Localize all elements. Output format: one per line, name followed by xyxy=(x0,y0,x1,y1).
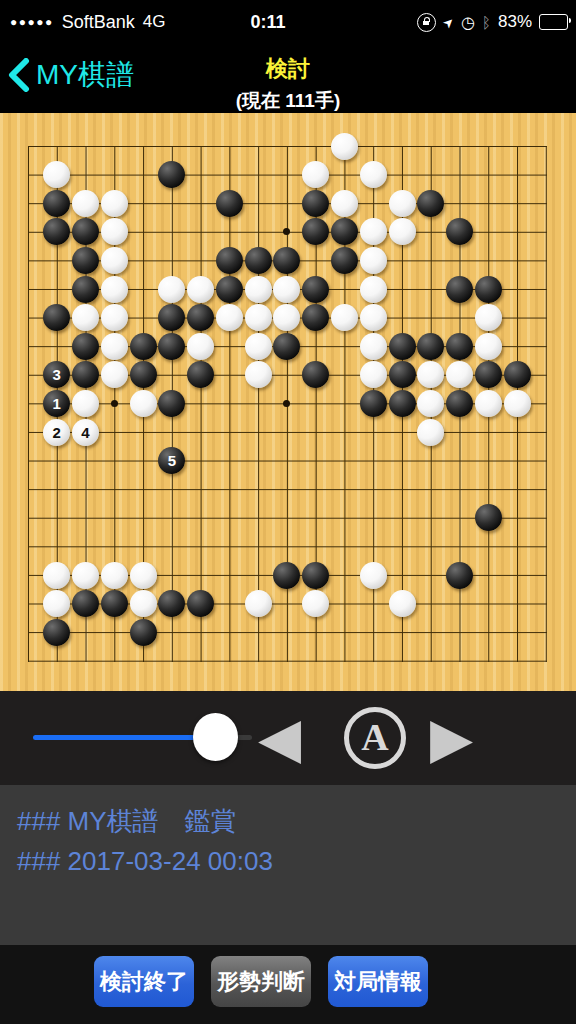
white-stone xyxy=(389,218,416,245)
network-type-label: 4G xyxy=(143,12,166,32)
white-stone xyxy=(504,390,531,417)
move-number-label: 2 xyxy=(53,425,61,440)
app-screen: ●●●●● SoftBank 4G 0:11 ➤ ◷ ᛒ 83% MY棋譜 検討… xyxy=(0,0,576,1024)
status-bar: ●●●●● SoftBank 4G 0:11 ➤ ◷ ᛒ 83% xyxy=(0,0,576,44)
white-stone xyxy=(331,190,358,217)
move-slider-knob[interactable] xyxy=(193,713,238,761)
white-stone xyxy=(245,276,272,303)
black-stone xyxy=(446,562,473,589)
end-review-button[interactable]: 検討終了 xyxy=(94,956,194,1007)
alarm-icon: ◷ xyxy=(461,13,475,32)
white-stone xyxy=(417,390,444,417)
black-stone xyxy=(417,190,444,217)
black-stone xyxy=(389,333,416,360)
black-stone xyxy=(389,361,416,388)
white-stone xyxy=(360,218,387,245)
auto-play-letter: A xyxy=(361,715,388,759)
white-stone xyxy=(216,304,243,331)
move-number-label: 4 xyxy=(81,425,89,440)
black-stone xyxy=(331,247,358,274)
move-number-label: 5 xyxy=(168,453,176,468)
black-stone xyxy=(273,333,300,360)
move-number-label: 1 xyxy=(53,396,61,411)
black-stone xyxy=(187,304,214,331)
black-stone: 1 xyxy=(43,390,70,417)
white-stone xyxy=(187,276,214,303)
black-stone xyxy=(43,190,70,217)
black-stone xyxy=(158,333,185,360)
black-stone xyxy=(245,247,272,274)
black-stone xyxy=(216,276,243,303)
white-stone xyxy=(360,304,387,331)
white-stone xyxy=(72,562,99,589)
black-stone xyxy=(360,390,387,417)
white-stone xyxy=(101,304,128,331)
black-stone xyxy=(446,276,473,303)
black-stone xyxy=(302,562,329,589)
black-stone xyxy=(216,190,243,217)
playback-controls: ◀ A ▶ xyxy=(0,691,576,785)
black-stone xyxy=(389,390,416,417)
star-point xyxy=(111,400,118,407)
white-stone xyxy=(475,390,502,417)
black-stone xyxy=(302,276,329,303)
move-counter: (現在 111手) xyxy=(236,88,341,114)
white-stone xyxy=(360,562,387,589)
white-stone xyxy=(130,562,157,589)
white-stone xyxy=(245,304,272,331)
game-info-button[interactable]: 対局情報 xyxy=(328,956,428,1007)
previous-move-button[interactable]: ◀ xyxy=(258,696,301,780)
white-stone xyxy=(360,333,387,360)
next-move-button[interactable]: ▶ xyxy=(430,696,473,780)
white-stone xyxy=(389,590,416,617)
bluetooth-icon: ᛒ xyxy=(482,14,491,31)
black-stone xyxy=(130,619,157,646)
kifu-title-line: ### MY棋譜 鑑賞 xyxy=(0,785,576,841)
black-stone xyxy=(446,390,473,417)
go-board[interactable]: 31245 xyxy=(0,113,576,691)
white-stone xyxy=(158,276,185,303)
white-stone xyxy=(475,333,502,360)
nav-bar: MY棋譜 検討 (現在 111手) xyxy=(0,44,576,113)
page-title: 検討 xyxy=(266,54,310,84)
bottom-toolbar: 検討終了 形勢判断 対局情報 xyxy=(0,945,576,1024)
white-stone xyxy=(187,333,214,360)
black-stone xyxy=(130,333,157,360)
auto-play-button[interactable]: A xyxy=(344,707,406,769)
black-stone xyxy=(216,247,243,274)
white-stone xyxy=(273,276,300,303)
black-stone xyxy=(72,590,99,617)
move-number-label: 3 xyxy=(53,367,61,382)
black-stone xyxy=(101,590,128,617)
white-stone xyxy=(101,218,128,245)
white-stone xyxy=(331,304,358,331)
white-stone xyxy=(360,247,387,274)
white-stone xyxy=(101,333,128,360)
white-stone xyxy=(360,276,387,303)
white-stone xyxy=(101,276,128,303)
white-stone xyxy=(72,390,99,417)
white-stone xyxy=(417,419,444,446)
white-stone xyxy=(389,190,416,217)
rotation-lock-icon xyxy=(417,13,436,32)
white-stone xyxy=(245,333,272,360)
white-stone xyxy=(245,590,272,617)
battery-icon xyxy=(539,14,568,30)
white-stone xyxy=(101,562,128,589)
white-stone xyxy=(360,161,387,188)
black-stone xyxy=(43,619,70,646)
black-stone xyxy=(475,504,502,531)
location-icon: ➤ xyxy=(439,13,457,31)
black-stone xyxy=(273,562,300,589)
black-stone xyxy=(446,333,473,360)
black-stone xyxy=(417,333,444,360)
black-stone xyxy=(72,276,99,303)
battery-percent-label: 83% xyxy=(498,12,532,32)
black-stone xyxy=(475,361,502,388)
move-slider-track[interactable] xyxy=(33,735,216,740)
white-stone xyxy=(360,361,387,388)
white-stone xyxy=(101,190,128,217)
position-judgement-button[interactable]: 形勢判断 xyxy=(211,956,311,1007)
white-stone xyxy=(130,390,157,417)
white-stone xyxy=(72,190,99,217)
black-stone xyxy=(72,247,99,274)
white-stone xyxy=(43,562,70,589)
black-stone xyxy=(504,361,531,388)
carrier-label: SoftBank xyxy=(62,12,135,33)
kifu-comment-area: ### MY棋譜 鑑賞 ### 2017-03-24 00:03 xyxy=(0,785,576,945)
white-stone xyxy=(245,361,272,388)
signal-strength-icon: ●●●●● xyxy=(10,15,54,29)
black-stone xyxy=(302,190,329,217)
white-stone xyxy=(331,133,358,160)
white-stone xyxy=(130,590,157,617)
black-stone xyxy=(72,333,99,360)
white-stone xyxy=(72,304,99,331)
white-stone: 4 xyxy=(72,419,99,446)
status-clock: 0:11 xyxy=(228,0,308,44)
white-stone xyxy=(101,361,128,388)
white-stone: 2 xyxy=(43,419,70,446)
black-stone xyxy=(475,276,502,303)
black-stone xyxy=(130,361,157,388)
white-stone xyxy=(101,247,128,274)
kifu-date-line: ### 2017-03-24 00:03 xyxy=(0,841,576,881)
black-stone xyxy=(187,590,214,617)
white-stone xyxy=(475,304,502,331)
